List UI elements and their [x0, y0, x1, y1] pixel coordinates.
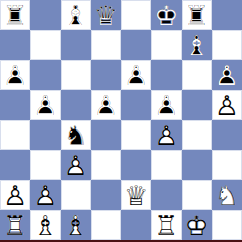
black-piece-outline-glyph: ♖ [182, 0, 212, 30]
white-piece-outline-glyph: ♖ [151, 210, 181, 240]
square-b1[interactable]: ♝♗ [30, 210, 60, 240]
square-c6[interactable] [61, 60, 91, 90]
white-piece-outline-glyph: ♙ [30, 180, 60, 210]
square-g6[interactable] [182, 60, 212, 90]
white-piece-outline-glyph: ♕ [121, 180, 151, 210]
white-piece-outline-glyph: ♙ [212, 90, 242, 120]
square-c7[interactable] [61, 30, 91, 60]
square-g8[interactable]: ♜♖ [182, 0, 212, 30]
piece-bR-g8[interactable]: ♜♖ [182, 0, 212, 30]
square-h3[interactable] [212, 150, 242, 180]
piece-wP-a2[interactable]: ♟♙ [0, 180, 30, 210]
piece-bN-c4[interactable]: ♞♘ [61, 120, 91, 150]
black-piece-outline-glyph: ♕ [91, 0, 121, 30]
piece-bP-d5[interactable]: ♟♙ [91, 90, 121, 120]
square-e8[interactable] [121, 0, 151, 30]
square-b5[interactable]: ♟♙ [30, 90, 60, 120]
piece-wP-c3[interactable]: ♟♙ [61, 150, 91, 180]
chess-app: ♜♖♝♗♛♕♚♔♜♖♝♗♟♙♟♙♟♙♟♙♟♙♟♙♟♙♞♘♟♙♟♙♟♙♟♙♛♕♞♘… [0, 0, 242, 242]
piece-bB-g7[interactable]: ♝♗ [182, 30, 212, 60]
square-h1[interactable] [212, 210, 242, 240]
square-a7[interactable] [0, 30, 30, 60]
square-h5[interactable]: ♟♙ [212, 90, 242, 120]
black-piece-outline-glyph: ♙ [121, 60, 151, 90]
black-piece-outline-glyph: ♙ [91, 90, 121, 120]
white-piece-outline-glyph: ♙ [151, 120, 181, 150]
square-d2[interactable] [91, 180, 121, 210]
piece-bK-f8[interactable]: ♚♔ [151, 0, 181, 30]
square-c3[interactable]: ♟♙ [61, 150, 91, 180]
square-g5[interactable] [182, 90, 212, 120]
black-piece-outline-glyph: ♖ [0, 0, 30, 30]
white-piece-outline-glyph: ♖ [0, 210, 30, 240]
piece-bP-a6[interactable]: ♟♙ [0, 60, 30, 90]
square-f6[interactable] [151, 60, 181, 90]
white-piece-outline-glyph: ♔ [182, 210, 212, 240]
square-e1[interactable] [121, 210, 151, 240]
square-c4[interactable]: ♞♘ [61, 120, 91, 150]
square-a2[interactable]: ♟♙ [0, 180, 30, 210]
white-piece-outline-glyph: ♗ [61, 210, 91, 240]
piece-bP-f5[interactable]: ♟♙ [151, 90, 181, 120]
black-piece-outline-glyph: ♗ [182, 30, 212, 60]
square-h6[interactable]: ♟♙ [212, 60, 242, 90]
square-e7[interactable] [121, 30, 151, 60]
square-c1[interactable]: ♝♗ [61, 210, 91, 240]
piece-wK-g1[interactable]: ♚♔ [182, 210, 212, 240]
piece-bP-h6[interactable]: ♟♙ [212, 60, 242, 90]
piece-bP-e6[interactable]: ♟♙ [121, 60, 151, 90]
square-a1[interactable]: ♜♖ [0, 210, 30, 240]
square-a6[interactable]: ♟♙ [0, 60, 30, 90]
piece-bR-a8[interactable]: ♜♖ [0, 0, 30, 30]
piece-bP-b5[interactable]: ♟♙ [30, 90, 60, 120]
square-e6[interactable]: ♟♙ [121, 60, 151, 90]
square-g4[interactable] [182, 120, 212, 150]
square-c5[interactable] [61, 90, 91, 120]
square-b2[interactable]: ♟♙ [30, 180, 60, 210]
square-f5[interactable]: ♟♙ [151, 90, 181, 120]
black-piece-outline-glyph: ♔ [151, 0, 181, 30]
square-h2[interactable]: ♞♘ [212, 180, 242, 210]
square-d7[interactable] [91, 30, 121, 60]
square-g3[interactable] [182, 150, 212, 180]
square-e5[interactable] [121, 90, 151, 120]
square-a3[interactable] [0, 150, 30, 180]
square-h8[interactable] [212, 0, 242, 30]
square-a8[interactable]: ♜♖ [0, 0, 30, 30]
square-h4[interactable] [212, 120, 242, 150]
black-piece-outline-glyph: ♙ [151, 90, 181, 120]
black-piece-outline-glyph: ♙ [212, 60, 242, 90]
piece-wP-b2[interactable]: ♟♙ [30, 180, 60, 210]
black-piece-outline-glyph: ♗ [61, 0, 91, 30]
square-e3[interactable] [121, 150, 151, 180]
black-piece-outline-glyph: ♘ [61, 120, 91, 150]
square-f3[interactable] [151, 150, 181, 180]
piece-bB-c8[interactable]: ♝♗ [61, 0, 91, 30]
square-b8[interactable] [30, 0, 60, 30]
piece-wR-a1[interactable]: ♜♖ [0, 210, 30, 240]
square-b3[interactable] [30, 150, 60, 180]
piece-wP-f4[interactable]: ♟♙ [151, 120, 181, 150]
square-b7[interactable] [30, 30, 60, 60]
square-b6[interactable] [30, 60, 60, 90]
square-d5[interactable]: ♟♙ [91, 90, 121, 120]
piece-wP-h5[interactable]: ♟♙ [212, 90, 242, 120]
white-piece-outline-glyph: ♗ [30, 210, 60, 240]
square-d8[interactable]: ♛♕ [91, 0, 121, 30]
square-b4[interactable] [30, 120, 60, 150]
black-piece-outline-glyph: ♙ [30, 90, 60, 120]
square-d4[interactable] [91, 120, 121, 150]
piece-bQ-d8[interactable]: ♛♕ [91, 0, 121, 30]
square-g2[interactable] [182, 180, 212, 210]
square-d1[interactable] [91, 210, 121, 240]
square-h7[interactable] [212, 30, 242, 60]
square-e4[interactable] [121, 120, 151, 150]
square-d3[interactable] [91, 150, 121, 180]
square-g7[interactable]: ♝♗ [182, 30, 212, 60]
square-f8[interactable]: ♚♔ [151, 0, 181, 30]
square-f2[interactable] [151, 180, 181, 210]
piece-wR-f1[interactable]: ♜♖ [151, 210, 181, 240]
square-a5[interactable] [0, 90, 30, 120]
square-c8[interactable]: ♝♗ [61, 0, 91, 30]
square-c2[interactable] [61, 180, 91, 210]
chess-board: ♜♖♝♗♛♕♚♔♜♖♝♗♟♙♟♙♟♙♟♙♟♙♟♙♟♙♞♘♟♙♟♙♟♙♟♙♛♕♞♘… [0, 0, 242, 240]
white-piece-outline-glyph: ♙ [0, 180, 30, 210]
square-f4[interactable]: ♟♙ [151, 120, 181, 150]
square-e2[interactable]: ♛♕ [121, 180, 151, 210]
square-a4[interactable] [0, 120, 30, 150]
square-f1[interactable]: ♜♖ [151, 210, 181, 240]
piece-wB-b1[interactable]: ♝♗ [30, 210, 60, 240]
white-piece-outline-glyph: ♙ [61, 150, 91, 180]
square-d6[interactable] [91, 60, 121, 90]
piece-wB-c1[interactable]: ♝♗ [61, 210, 91, 240]
piece-wQ-e2[interactable]: ♛♕ [121, 180, 151, 210]
white-piece-outline-glyph: ♘ [212, 180, 242, 210]
piece-wN-h2[interactable]: ♞♘ [212, 180, 242, 210]
black-piece-outline-glyph: ♙ [0, 60, 30, 90]
square-g1[interactable]: ♚♔ [182, 210, 212, 240]
square-f7[interactable] [151, 30, 181, 60]
